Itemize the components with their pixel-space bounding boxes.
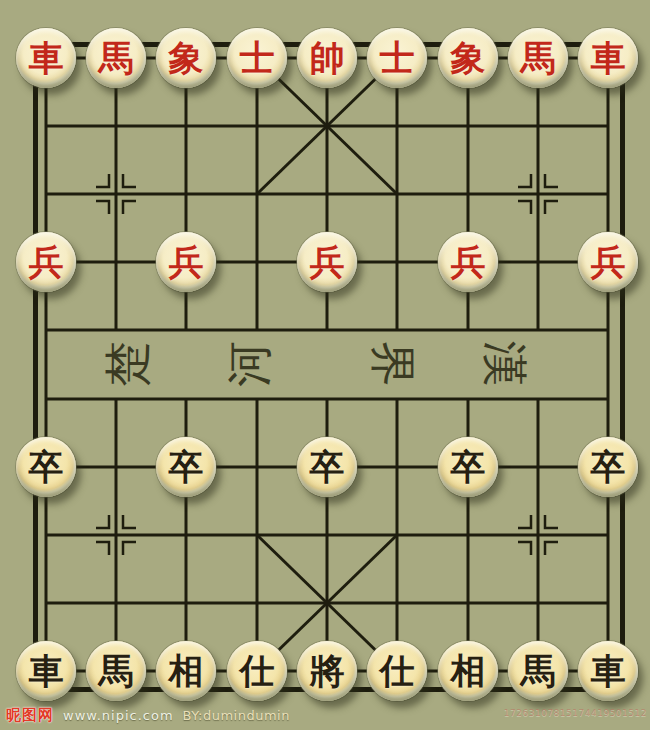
watermark-id: 17263107815174419501512 (504, 708, 647, 718)
piece-red-兵[interactable]: 兵 (297, 232, 357, 292)
piece-red-馬[interactable]: 馬 (86, 28, 146, 88)
piece-black-將[interactable]: 將 (297, 641, 357, 701)
watermark-nipic: 昵图网 www.nipic.com BY:dumindumin (6, 704, 290, 726)
piece-black-馬[interactable]: 馬 (86, 641, 146, 701)
piece-black-卒[interactable]: 卒 (578, 437, 638, 497)
piece-red-兵[interactable]: 兵 (16, 232, 76, 292)
piece-black-馬[interactable]: 馬 (508, 641, 568, 701)
piece-red-車[interactable]: 車 (16, 28, 76, 88)
piece-black-相[interactable]: 相 (156, 641, 216, 701)
river-char: 楚 (105, 341, 151, 387)
piece-red-兵[interactable]: 兵 (156, 232, 216, 292)
piece-red-帥[interactable]: 帥 (297, 28, 357, 88)
piece-red-象[interactable]: 象 (438, 28, 498, 88)
piece-black-卒[interactable]: 卒 (438, 437, 498, 497)
xiangqi-board-image: 楚河界漢 車馬象士帥士象馬車兵兵兵兵兵卒卒卒卒卒車馬相仕將仕相馬車 昵图网 ww… (0, 0, 650, 730)
river-char: 漢 (481, 341, 527, 387)
piece-red-士[interactable]: 士 (227, 28, 287, 88)
piece-red-兵[interactable]: 兵 (578, 232, 638, 292)
nipic-logo: 昵图网 (6, 706, 54, 725)
piece-red-兵[interactable]: 兵 (438, 232, 498, 292)
piece-black-仕[interactable]: 仕 (227, 641, 287, 701)
nipic-url: www.nipic.com (63, 708, 174, 723)
piece-black-仕[interactable]: 仕 (367, 641, 427, 701)
piece-black-車[interactable]: 車 (578, 641, 638, 701)
piece-red-車[interactable]: 車 (578, 28, 638, 88)
river-char: 界 (369, 341, 415, 387)
piece-black-車[interactable]: 車 (16, 641, 76, 701)
piece-black-卒[interactable]: 卒 (156, 437, 216, 497)
river-char: 河 (227, 341, 273, 387)
piece-black-卒[interactable]: 卒 (297, 437, 357, 497)
piece-black-卒[interactable]: 卒 (16, 437, 76, 497)
piece-black-相[interactable]: 相 (438, 641, 498, 701)
board-grid (0, 0, 650, 730)
nipic-credit: BY:dumindumin (183, 708, 290, 723)
piece-red-象[interactable]: 象 (156, 28, 216, 88)
piece-red-士[interactable]: 士 (367, 28, 427, 88)
piece-red-馬[interactable]: 馬 (508, 28, 568, 88)
